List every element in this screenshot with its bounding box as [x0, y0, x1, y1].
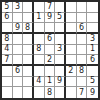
cell-r3c8[interactable]: 6 — [77, 23, 88, 34]
cell-r4c6[interactable] — [55, 34, 66, 45]
cell-r7c4[interactable] — [34, 66, 45, 77]
cell-r5c7[interactable] — [66, 45, 77, 56]
cell-r3c3[interactable]: 8 — [23, 23, 34, 34]
cell-r8c6[interactable]: 9 — [55, 77, 66, 88]
cell-r3c9[interactable] — [87, 23, 98, 34]
cell-r8c4[interactable]: 4 — [34, 77, 45, 88]
cell-r9c8[interactable]: 7 — [77, 87, 88, 98]
cell-r2c9[interactable] — [87, 13, 98, 24]
cell-r4c4[interactable] — [34, 34, 45, 45]
cell-r9c2[interactable] — [13, 87, 24, 98]
cell-r7c8[interactable]: 8 — [77, 66, 88, 77]
cell-r6c6[interactable] — [55, 55, 66, 66]
cell-r3c2[interactable]: 9 — [13, 23, 24, 34]
cell-r6c9[interactable]: 6 — [87, 55, 98, 66]
cell-r4c3[interactable] — [23, 34, 34, 45]
cell-r3c1[interactable] — [2, 23, 13, 34]
cell-r1c4[interactable] — [34, 2, 45, 13]
cell-r5c9[interactable]: 1 — [87, 45, 98, 56]
cell-r8c3[interactable] — [23, 77, 34, 88]
cell-r6c3[interactable] — [23, 55, 34, 66]
cell-r6c7[interactable] — [66, 55, 77, 66]
cell-r1c3[interactable] — [23, 2, 34, 13]
cell-r2c6[interactable]: 5 — [55, 13, 66, 24]
cell-r6c2[interactable] — [13, 55, 24, 66]
sudoku-board: 537619598686348317266284195879 — [0, 0, 100, 100]
cell-r4c7[interactable] — [66, 34, 77, 45]
cell-r5c6[interactable]: 3 — [55, 45, 66, 56]
cell-r1c7[interactable] — [66, 2, 77, 13]
cell-r4c1[interactable]: 8 — [2, 34, 13, 45]
cell-r2c4[interactable]: 1 — [34, 13, 45, 24]
cell-r1c5[interactable]: 7 — [45, 2, 56, 13]
cell-r5c2[interactable] — [13, 45, 24, 56]
cell-r1c9[interactable] — [87, 2, 98, 13]
cell-r9c6[interactable] — [55, 87, 66, 98]
cell-r3c5[interactable] — [45, 23, 56, 34]
cell-r1c2[interactable]: 3 — [13, 2, 24, 13]
cell-r2c5[interactable]: 9 — [45, 13, 56, 24]
cell-r4c2[interactable] — [13, 34, 24, 45]
cell-r8c2[interactable] — [13, 77, 24, 88]
cell-r5c4[interactable]: 8 — [34, 45, 45, 56]
cell-r8c5[interactable]: 1 — [45, 77, 56, 88]
cell-r7c1[interactable] — [2, 66, 13, 77]
cell-r5c3[interactable] — [23, 45, 34, 56]
cell-r4c8[interactable] — [77, 34, 88, 45]
cell-r9c4[interactable] — [34, 87, 45, 98]
cell-r9c3[interactable] — [23, 87, 34, 98]
cell-r7c5[interactable] — [45, 66, 56, 77]
cell-r7c7[interactable]: 2 — [66, 66, 77, 77]
cell-r4c5[interactable]: 6 — [45, 34, 56, 45]
cell-r6c1[interactable]: 7 — [2, 55, 13, 66]
cell-r9c9[interactable]: 9 — [87, 87, 98, 98]
cell-r5c1[interactable]: 4 — [2, 45, 13, 56]
cell-r7c6[interactable] — [55, 66, 66, 77]
cell-r6c4[interactable] — [34, 55, 45, 66]
cell-r2c2[interactable] — [13, 13, 24, 24]
cell-r9c1[interactable] — [2, 87, 13, 98]
cell-r7c9[interactable] — [87, 66, 98, 77]
cell-r3c6[interactable] — [55, 23, 66, 34]
cell-r1c1[interactable]: 5 — [2, 2, 13, 13]
cell-r2c8[interactable] — [77, 13, 88, 24]
cell-r1c6[interactable] — [55, 2, 66, 13]
cell-r8c8[interactable] — [77, 77, 88, 88]
cell-r2c3[interactable] — [23, 13, 34, 24]
cell-r7c2[interactable]: 6 — [13, 66, 24, 77]
cell-r8c1[interactable] — [2, 77, 13, 88]
cell-r9c7[interactable] — [66, 87, 77, 98]
cell-r9c5[interactable]: 8 — [45, 87, 56, 98]
cell-r2c1[interactable]: 6 — [2, 13, 13, 24]
cell-r5c8[interactable] — [77, 45, 88, 56]
cell-r1c8[interactable] — [77, 2, 88, 13]
cell-r7c3[interactable] — [23, 66, 34, 77]
cell-r3c4[interactable] — [34, 23, 45, 34]
cell-r2c7[interactable] — [66, 13, 77, 24]
cell-r5c5[interactable] — [45, 45, 56, 56]
cell-r6c8[interactable] — [77, 55, 88, 66]
cell-r6c5[interactable]: 2 — [45, 55, 56, 66]
cell-r8c7[interactable] — [66, 77, 77, 88]
cell-r3c7[interactable] — [66, 23, 77, 34]
cell-r4c9[interactable]: 3 — [87, 34, 98, 45]
cell-r8c9[interactable]: 5 — [87, 77, 98, 88]
